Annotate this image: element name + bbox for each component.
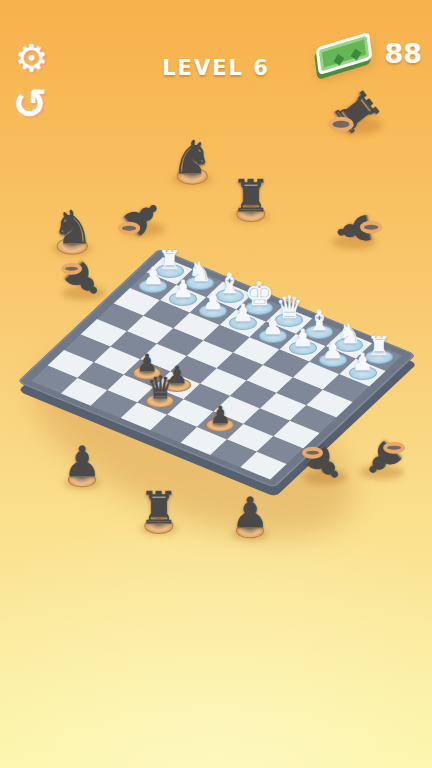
cash-icon (316, 32, 373, 76)
cash-icon-inner (319, 36, 369, 72)
cash-diamond-icon (334, 54, 345, 65)
game-screen: ♜♞♜♟♟♞♜♟♞♟♝♟♚♟♛♟♝♟♞♟♜♟♟♟♟♛♟♟♟♟♜♟ ⚙ ↺ LEV… (0, 0, 432, 768)
money-count: 88 (384, 38, 422, 69)
restart-icon: ↺ (13, 80, 47, 128)
cash-diamond-icon (351, 49, 362, 60)
money-counter: 88 (316, 38, 422, 69)
restart-button[interactable]: ↺ (13, 84, 47, 125)
